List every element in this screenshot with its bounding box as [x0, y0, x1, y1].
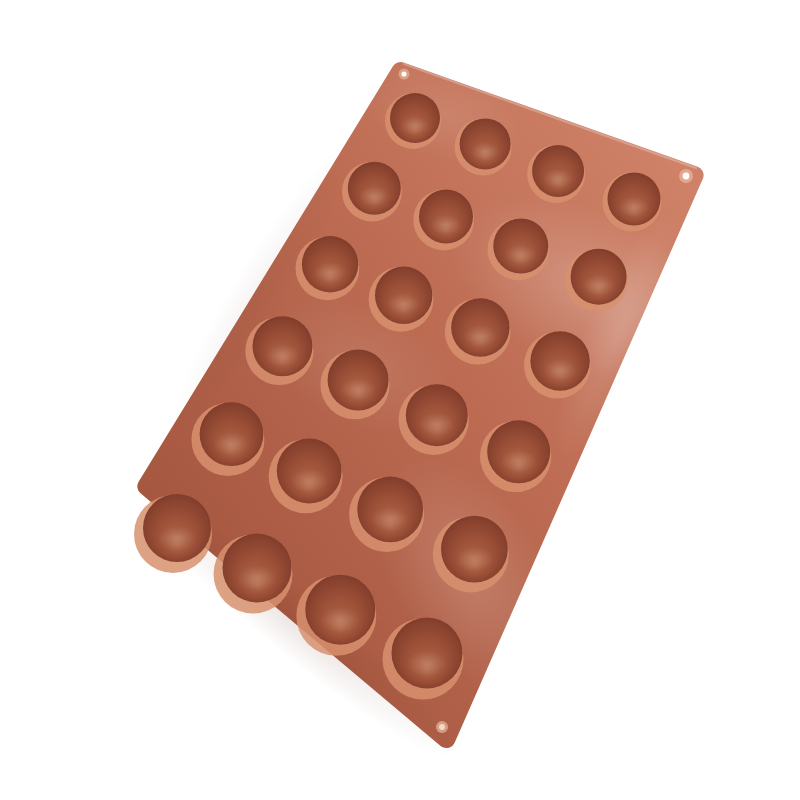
cavity-r3c4-inner-glow: [543, 359, 577, 380]
cavity-r5c2-inner-glow: [290, 469, 328, 492]
cavity-r3c3-inner-glow: [464, 326, 498, 347]
cavity-r1c2-inner-glow: [470, 142, 500, 160]
cavity-r6c2-inner-glow: [237, 566, 277, 591]
cavity-r4c3-inner-glow: [419, 413, 455, 435]
cavity-r3c2-inner-glow: [387, 294, 420, 315]
cavity-r5c1-inner-glow: [213, 432, 250, 455]
cavity-r6c4-inner-glow: [406, 651, 447, 677]
cavity-r1c4-inner-glow: [619, 197, 650, 216]
cavity-r2c3-inner-glow: [505, 244, 537, 264]
cavity-r4c4-inner-glow: [500, 450, 537, 473]
cavity-r5c3-inner-glow: [371, 507, 409, 531]
hang-hole-right: [683, 173, 690, 180]
cavity-r1c3-inner-glow: [543, 169, 573, 188]
cavity-r6c3-inner-glow: [320, 608, 361, 633]
cavity-r4c1-inner-glow: [265, 345, 300, 367]
mold-scene: [0, 0, 800, 800]
cavity-r5c4-inner-glow: [455, 547, 494, 571]
hang-hole-bottom: [439, 724, 445, 730]
cavity-r6c1-inner-glow: [157, 526, 196, 550]
cavity-r3c1-inner-glow: [314, 263, 347, 283]
cavity-r2c4-inner-glow: [582, 275, 615, 295]
cavity-r4c2-inner-glow: [340, 378, 375, 400]
product-photo: [0, 0, 800, 800]
hang-hole-top: [401, 71, 406, 76]
cavity-r2c2-inner-glow: [430, 215, 461, 234]
cavity-r2c1-inner-glow: [359, 187, 390, 206]
cavity-r1c1-inner-glow: [401, 117, 430, 135]
